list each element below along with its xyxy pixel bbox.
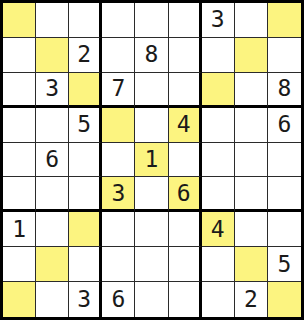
- cell-r3c4[interactable]: [135, 108, 168, 143]
- cell-r0c6[interactable]: 3: [202, 3, 235, 38]
- cell-r7c3[interactable]: [102, 247, 135, 282]
- cell-r0c8[interactable]: [268, 3, 301, 38]
- cell-r8c0[interactable]: [3, 282, 36, 317]
- cell-r7c8[interactable]: 5: [268, 247, 301, 282]
- cell-r7c5[interactable]: [169, 247, 202, 282]
- cell-r2c3[interactable]: 7: [102, 73, 135, 108]
- cell-r1c4[interactable]: 8: [135, 38, 168, 73]
- cell-r1c6[interactable]: [202, 38, 235, 73]
- cell-r5c3[interactable]: 3: [102, 177, 135, 212]
- cell-r8c4[interactable]: [135, 282, 168, 317]
- cell-r0c1[interactable]: [36, 3, 69, 38]
- cell-r8c2[interactable]: 3: [69, 282, 102, 317]
- cell-r4c0[interactable]: [3, 143, 36, 178]
- cell-r3c8[interactable]: 6: [268, 108, 301, 143]
- cell-r2c6[interactable]: [202, 73, 235, 108]
- cell-r0c5[interactable]: [169, 3, 202, 38]
- cell-r6c2[interactable]: [69, 212, 102, 247]
- cell-r1c2[interactable]: 2: [69, 38, 102, 73]
- cell-r4c2[interactable]: [69, 143, 102, 178]
- cell-r4c5[interactable]: [169, 143, 202, 178]
- cell-r4c1[interactable]: 6: [36, 143, 69, 178]
- cell-r2c4[interactable]: [135, 73, 168, 108]
- cell-r6c1[interactable]: [36, 212, 69, 247]
- cell-r6c3[interactable]: [102, 212, 135, 247]
- cell-r2c0[interactable]: [3, 73, 36, 108]
- cell-r5c1[interactable]: [36, 177, 69, 212]
- cell-r5c7[interactable]: [235, 177, 268, 212]
- cell-r4c8[interactable]: [268, 143, 301, 178]
- cell-r5c6[interactable]: [202, 177, 235, 212]
- cell-r3c3[interactable]: [102, 108, 135, 143]
- sudoku-board: 3283785466136145362: [0, 0, 304, 320]
- cell-r0c0[interactable]: [3, 3, 36, 38]
- cell-r2c2[interactable]: [69, 73, 102, 108]
- cell-r7c1[interactable]: [36, 247, 69, 282]
- cell-r0c3[interactable]: [102, 3, 135, 38]
- cell-r3c0[interactable]: [3, 108, 36, 143]
- cell-r5c8[interactable]: [268, 177, 301, 212]
- cell-r3c5[interactable]: 4: [169, 108, 202, 143]
- cell-r5c0[interactable]: [3, 177, 36, 212]
- cell-r2c7[interactable]: [235, 73, 268, 108]
- cell-r2c1[interactable]: 3: [36, 73, 69, 108]
- cell-r0c2[interactable]: [69, 3, 102, 38]
- cell-r6c8[interactable]: [268, 212, 301, 247]
- cell-r8c1[interactable]: [36, 282, 69, 317]
- cell-r1c5[interactable]: [169, 38, 202, 73]
- cell-r1c3[interactable]: [102, 38, 135, 73]
- cell-r4c3[interactable]: [102, 143, 135, 178]
- cell-r2c8[interactable]: 8: [268, 73, 301, 108]
- cell-r4c4[interactable]: 1: [135, 143, 168, 178]
- cell-r0c4[interactable]: [135, 3, 168, 38]
- cell-r7c4[interactable]: [135, 247, 168, 282]
- cell-r7c0[interactable]: [3, 247, 36, 282]
- cell-r2c5[interactable]: [169, 73, 202, 108]
- cell-r1c1[interactable]: [36, 38, 69, 73]
- cell-r8c5[interactable]: [169, 282, 202, 317]
- cell-r4c6[interactable]: [202, 143, 235, 178]
- cell-r0c7[interactable]: [235, 3, 268, 38]
- cell-r7c2[interactable]: [69, 247, 102, 282]
- cell-r8c8[interactable]: [268, 282, 301, 317]
- cell-r5c5[interactable]: 6: [169, 177, 202, 212]
- cell-r6c4[interactable]: [135, 212, 168, 247]
- cell-r1c8[interactable]: [268, 38, 301, 73]
- cell-r6c6[interactable]: 4: [202, 212, 235, 247]
- cell-r6c5[interactable]: [169, 212, 202, 247]
- cell-r8c3[interactable]: 6: [102, 282, 135, 317]
- cell-r3c6[interactable]: [202, 108, 235, 143]
- cell-r5c4[interactable]: [135, 177, 168, 212]
- cell-r1c0[interactable]: [3, 38, 36, 73]
- cell-r1c7[interactable]: [235, 38, 268, 73]
- cell-r3c1[interactable]: [36, 108, 69, 143]
- cell-r7c7[interactable]: [235, 247, 268, 282]
- cell-r5c2[interactable]: [69, 177, 102, 212]
- cell-r7c6[interactable]: [202, 247, 235, 282]
- cell-r8c7[interactable]: 2: [235, 282, 268, 317]
- cell-r6c7[interactable]: [235, 212, 268, 247]
- cell-r3c7[interactable]: [235, 108, 268, 143]
- cell-r3c2[interactable]: 5: [69, 108, 102, 143]
- cell-r4c7[interactable]: [235, 143, 268, 178]
- cell-r6c0[interactable]: 1: [3, 212, 36, 247]
- cell-r8c6[interactable]: [202, 282, 235, 317]
